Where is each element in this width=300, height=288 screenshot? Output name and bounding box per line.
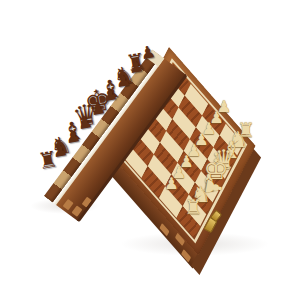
light-fallen-pawn-piece: ♟ xyxy=(201,176,225,198)
dark-pawn-piece: ♟ xyxy=(139,43,157,62)
finger-joint xyxy=(181,249,191,262)
chess-set-product-photo: ♜♞♝♛♚♝♞♜♟♟♟♟♟♟♟♟♟♟♟♟♟♟♟♟♜♞♝♛♚♝♞♜♟ xyxy=(0,0,300,288)
finger-joint xyxy=(62,199,73,210)
light-pawn-piece: ♟ xyxy=(164,176,178,192)
light-rook-piece: ♜ xyxy=(185,197,203,217)
